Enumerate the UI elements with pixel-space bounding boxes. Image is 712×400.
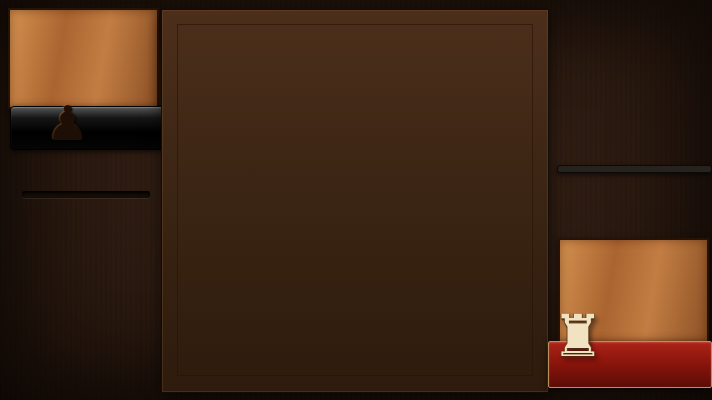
file-labels	[177, 376, 533, 392]
chess-app-window: ♟ ♜	[0, 0, 712, 400]
black-pawn-avatar-icon: ♟	[46, 99, 89, 147]
playback-panel	[557, 165, 712, 173]
chess-board-frame	[161, 9, 549, 393]
captured-white-pieces-tray	[8, 8, 159, 109]
white-rook-avatar-icon: ♜	[552, 307, 604, 365]
rank-labels	[162, 24, 177, 376]
chess-board	[177, 24, 533, 376]
mode-divider	[22, 191, 150, 198]
